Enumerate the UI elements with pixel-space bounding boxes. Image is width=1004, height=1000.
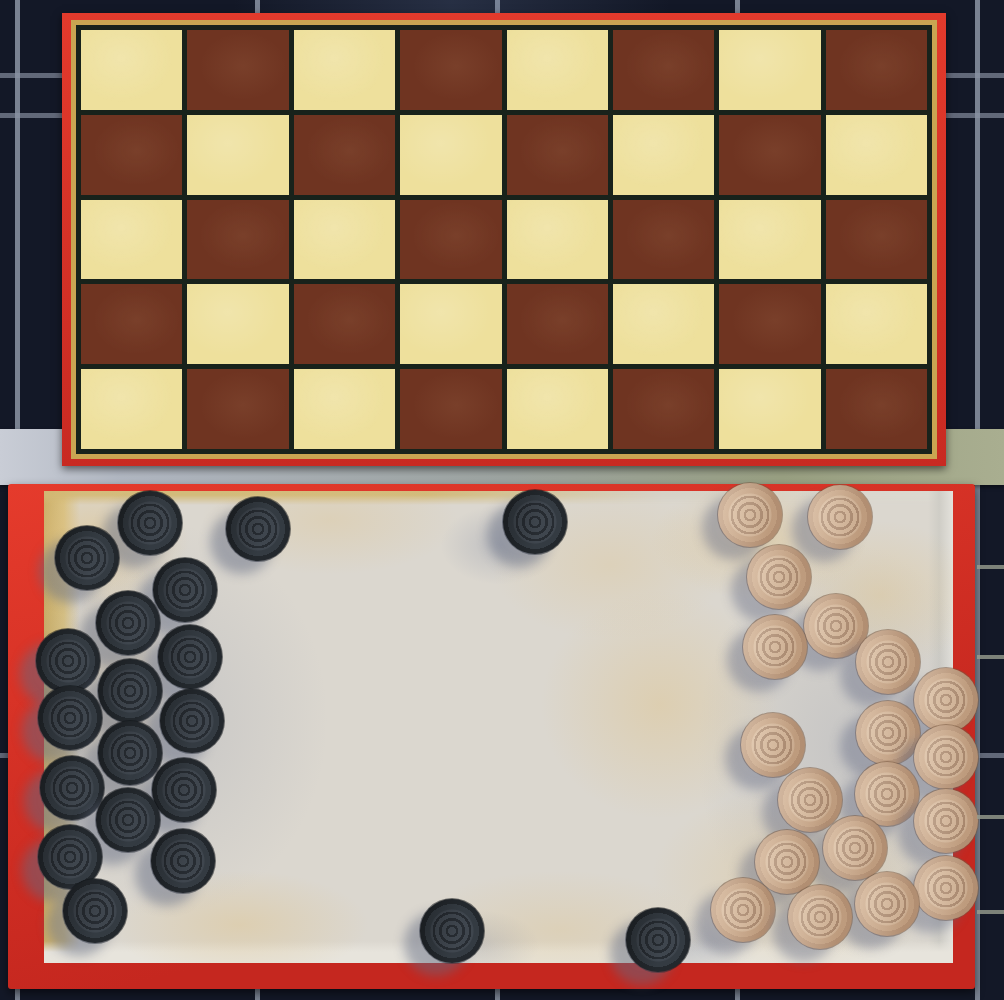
- dark-checker-piece[interactable]: [96, 591, 160, 655]
- board-square-brown: [187, 30, 288, 110]
- tile-grout-line: [977, 910, 1004, 914]
- board-square-brown: [400, 200, 501, 280]
- board-square-brown: [507, 284, 608, 364]
- tile-grout-line: [977, 815, 1004, 819]
- board-square-brown: [613, 369, 714, 449]
- board-square-brown: [400, 369, 501, 449]
- dark-checker-piece[interactable]: [98, 721, 162, 785]
- light-checker-piece[interactable]: [856, 630, 920, 694]
- board-square-cream: [400, 284, 501, 364]
- board-square-cream: [507, 369, 608, 449]
- light-checker-piece[interactable]: [741, 713, 805, 777]
- board-square-brown: [187, 369, 288, 449]
- board-square-cream: [81, 30, 182, 110]
- dark-checker-piece[interactable]: [626, 908, 690, 972]
- board-square-cream: [81, 369, 182, 449]
- light-checker-piece[interactable]: [914, 725, 978, 789]
- board-square-brown: [613, 200, 714, 280]
- board-square-cream: [719, 369, 820, 449]
- board-square-cream: [187, 115, 288, 195]
- board-square-brown: [81, 115, 182, 195]
- board-square-brown: [613, 30, 714, 110]
- board-square-cream: [294, 369, 395, 449]
- board-gold-trim: [71, 20, 937, 459]
- board-grid: [81, 30, 927, 449]
- dark-checker-piece[interactable]: [160, 689, 224, 753]
- dark-checker-piece[interactable]: [118, 491, 182, 555]
- floor-stain: [540, 590, 780, 820]
- board-square-brown: [507, 115, 608, 195]
- light-checker-piece[interactable]: [914, 856, 978, 920]
- tile-grout-line: [977, 565, 1004, 569]
- dark-checker-piece[interactable]: [503, 490, 567, 554]
- board-square-cream: [826, 115, 927, 195]
- light-checker-piece[interactable]: [823, 816, 887, 880]
- board-square-brown: [81, 284, 182, 364]
- board-square-brown: [294, 284, 395, 364]
- board-square-cream: [294, 200, 395, 280]
- dark-checker-piece[interactable]: [96, 788, 160, 852]
- light-checker-piece[interactable]: [743, 615, 807, 679]
- board-square-brown: [719, 115, 820, 195]
- dark-checker-piece[interactable]: [151, 829, 215, 893]
- board-square-cream: [400, 115, 501, 195]
- dark-checker-piece[interactable]: [40, 756, 104, 820]
- dark-checker-piece[interactable]: [98, 659, 162, 723]
- dark-checker-piece[interactable]: [153, 558, 217, 622]
- board-square-brown: [826, 30, 927, 110]
- light-checker-piece[interactable]: [718, 483, 782, 547]
- dark-checker-piece[interactable]: [420, 899, 484, 963]
- tile-grout-line: [977, 655, 1004, 659]
- light-checker-piece[interactable]: [855, 762, 919, 826]
- light-checker-piece[interactable]: [914, 789, 978, 853]
- dark-checker-piece[interactable]: [38, 686, 102, 750]
- board-square-cream: [613, 115, 714, 195]
- board-square-cream: [719, 30, 820, 110]
- board-square-cream: [826, 284, 927, 364]
- dark-checker-piece[interactable]: [158, 625, 222, 689]
- photo-scene: [0, 0, 1004, 1000]
- dark-checker-piece[interactable]: [36, 629, 100, 693]
- light-checker-piece[interactable]: [711, 878, 775, 942]
- board-square-cream: [719, 200, 820, 280]
- light-checker-piece[interactable]: [747, 545, 811, 609]
- board-square-brown: [826, 200, 927, 280]
- board-square-cream: [81, 200, 182, 280]
- board-square-cream: [507, 30, 608, 110]
- board-square-brown: [719, 284, 820, 364]
- board-square-brown: [294, 115, 395, 195]
- board-square-cream: [187, 284, 288, 364]
- dark-checker-piece[interactable]: [63, 879, 127, 943]
- light-checker-piece[interactable]: [808, 485, 872, 549]
- light-checker-piece[interactable]: [788, 885, 852, 949]
- checkerboard-lid: [62, 13, 946, 466]
- light-checker-piece[interactable]: [856, 701, 920, 765]
- light-checker-piece[interactable]: [914, 668, 978, 732]
- light-checker-piece[interactable]: [855, 872, 919, 936]
- board-square-brown: [826, 369, 927, 449]
- board-square-cream: [294, 30, 395, 110]
- light-checker-piece[interactable]: [755, 830, 819, 894]
- board-square-brown: [187, 200, 288, 280]
- dark-checker-piece[interactable]: [152, 758, 216, 822]
- board-square-cream: [613, 284, 714, 364]
- dark-checker-piece[interactable]: [55, 526, 119, 590]
- board-square-brown: [400, 30, 501, 110]
- light-checker-piece[interactable]: [778, 768, 842, 832]
- board-square-cream: [507, 200, 608, 280]
- dark-checker-piece[interactable]: [226, 497, 290, 561]
